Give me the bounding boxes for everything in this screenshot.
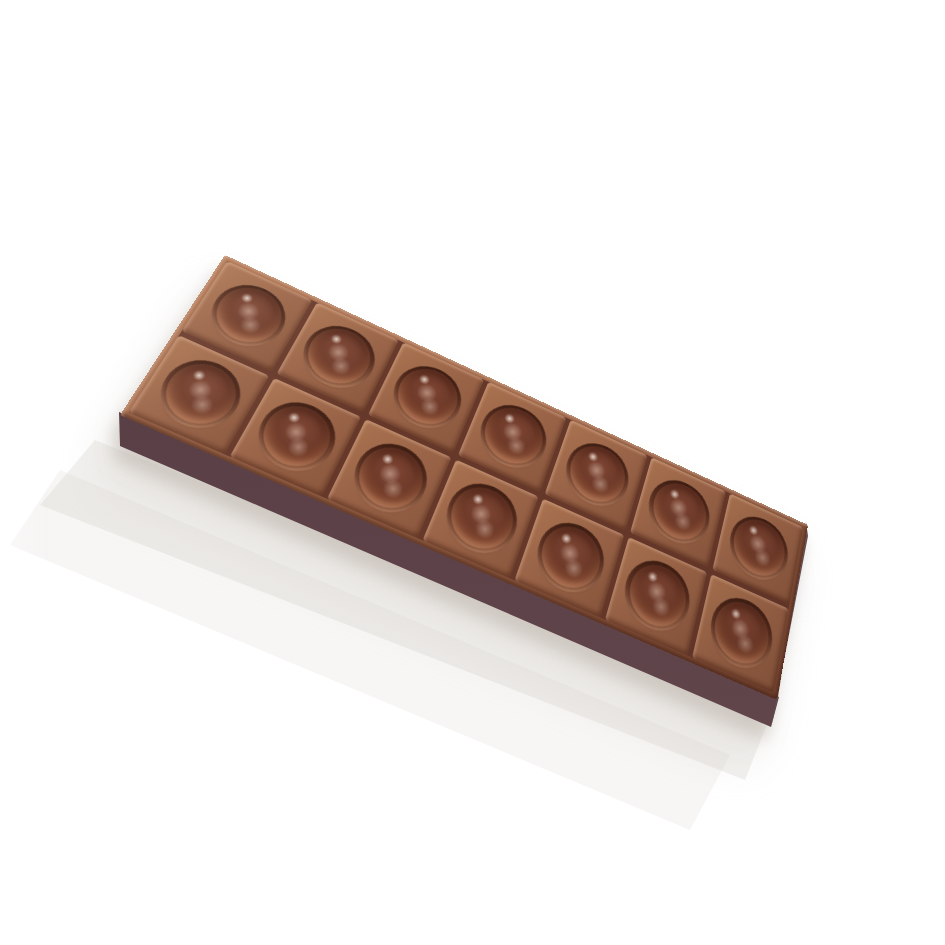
cavity-recess — [618, 550, 696, 641]
cavity-dome — [388, 360, 465, 434]
cavity-dome — [729, 511, 789, 585]
cavity-dome — [349, 438, 432, 518]
cavity-dome — [647, 475, 711, 549]
cavity-recess — [558, 433, 636, 517]
cavity-dome — [477, 399, 550, 473]
cavity-dome — [205, 279, 292, 352]
cavity-recess — [437, 473, 526, 564]
cavity-recess — [529, 512, 612, 603]
cavity-dome — [252, 396, 340, 476]
cavity-dome — [443, 478, 521, 558]
cavity-dome — [534, 517, 607, 597]
cavity-recess — [198, 274, 297, 357]
cavity-dome — [153, 354, 247, 434]
cavity-recess — [705, 588, 778, 678]
scene — [0, 0, 945, 945]
cavity-dome — [623, 556, 692, 636]
cavity-dome — [563, 438, 631, 512]
cavity-dome — [709, 593, 773, 673]
cavity-recess — [472, 394, 555, 478]
cavity-recess — [642, 470, 715, 554]
cavity-recess — [246, 391, 346, 482]
cavity-recess — [383, 355, 471, 439]
cavity-recess — [292, 315, 385, 399]
cavity-dome — [298, 320, 380, 394]
cavity-recess — [343, 433, 437, 524]
chocolate-bar — [0, 0, 945, 945]
cavity-recess — [146, 349, 253, 440]
cavity-recess — [724, 506, 793, 590]
